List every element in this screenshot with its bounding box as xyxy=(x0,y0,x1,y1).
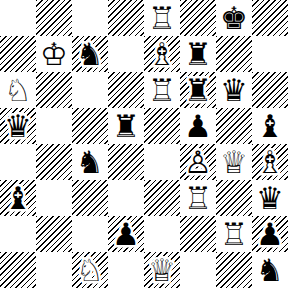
square-b5[interactable] xyxy=(36,108,72,144)
piece-black-knight[interactable]: ♞♞ xyxy=(72,144,108,180)
piece-glyph: ♝ xyxy=(252,108,288,144)
square-e4[interactable] xyxy=(144,144,180,180)
piece-glyph: ♗ xyxy=(252,144,288,180)
square-h4[interactable]: ♗♗ xyxy=(252,144,288,180)
piece-black-knight[interactable]: ♞♞ xyxy=(252,252,288,288)
square-g4[interactable]: ♕♕ xyxy=(216,144,252,180)
piece-glyph: ♙ xyxy=(180,144,216,180)
square-e1[interactable]: ♕♕ xyxy=(144,252,180,288)
piece-white-knight[interactable]: ♘♘ xyxy=(0,72,36,108)
square-e7[interactable]: ♗♗ xyxy=(144,36,180,72)
piece-glyph: ♖ xyxy=(144,72,180,108)
piece-glyph: ♞ xyxy=(252,252,288,288)
square-f8[interactable] xyxy=(180,0,216,36)
square-c5[interactable] xyxy=(72,108,108,144)
piece-white-bishop[interactable]: ♗♗ xyxy=(144,36,180,72)
piece-glyph: ♖ xyxy=(180,180,216,216)
square-d5[interactable]: ♜♜ xyxy=(108,108,144,144)
square-d6[interactable] xyxy=(108,72,144,108)
square-g3[interactable] xyxy=(216,180,252,216)
piece-black-queen[interactable]: ♛♛ xyxy=(216,72,252,108)
piece-glyph: ♜ xyxy=(180,36,216,72)
square-g2[interactable]: ♖♖ xyxy=(216,216,252,252)
piece-glyph: ♛ xyxy=(216,72,252,108)
square-d3[interactable] xyxy=(108,180,144,216)
square-c7[interactable]: ♞♞ xyxy=(72,36,108,72)
square-f3[interactable]: ♖♖ xyxy=(180,180,216,216)
square-c6[interactable] xyxy=(72,72,108,108)
piece-glyph: ♚ xyxy=(216,0,252,36)
piece-glyph: ♜ xyxy=(180,72,216,108)
piece-glyph: ♔ xyxy=(36,36,72,72)
square-f7[interactable]: ♜♜ xyxy=(180,36,216,72)
square-f2[interactable] xyxy=(180,216,216,252)
piece-glyph: ♕ xyxy=(216,144,252,180)
square-h8[interactable] xyxy=(252,0,288,36)
piece-white-queen[interactable]: ♕♕ xyxy=(216,144,252,180)
piece-black-queen[interactable]: ♛♛ xyxy=(252,180,288,216)
piece-glyph: ♖ xyxy=(144,0,180,36)
square-d4[interactable] xyxy=(108,144,144,180)
square-a1[interactable] xyxy=(0,252,36,288)
square-h7[interactable] xyxy=(252,36,288,72)
piece-white-rook[interactable]: ♖♖ xyxy=(216,216,252,252)
piece-glyph: ♜ xyxy=(108,108,144,144)
chess-board: ♖♖♚♚♔♔♞♞♗♗♜♜♘♘♖♖♜♜♛♛♛♛♜♜♟♟♝♝♞♞♙♙♕♕♗♗♝♝♖♖… xyxy=(0,0,288,288)
piece-black-rook[interactable]: ♜♜ xyxy=(108,108,144,144)
piece-white-king[interactable]: ♔♔ xyxy=(36,36,72,72)
square-f5[interactable]: ♟♟ xyxy=(180,108,216,144)
square-a4[interactable] xyxy=(0,144,36,180)
square-a3[interactable]: ♝♝ xyxy=(0,180,36,216)
square-e3[interactable] xyxy=(144,180,180,216)
piece-glyph: ♛ xyxy=(252,180,288,216)
square-d1[interactable] xyxy=(108,252,144,288)
piece-white-bishop[interactable]: ♗♗ xyxy=(252,144,288,180)
piece-glyph: ♘ xyxy=(72,252,108,288)
piece-black-bishop[interactable]: ♝♝ xyxy=(0,180,36,216)
square-h5[interactable]: ♝♝ xyxy=(252,108,288,144)
piece-glyph: ♘ xyxy=(0,72,36,108)
square-c8[interactable] xyxy=(72,0,108,36)
square-c3[interactable] xyxy=(72,180,108,216)
square-d8[interactable] xyxy=(108,0,144,36)
square-a2[interactable] xyxy=(0,216,36,252)
square-c1[interactable]: ♘♘ xyxy=(72,252,108,288)
square-b7[interactable]: ♔♔ xyxy=(36,36,72,72)
square-g1[interactable] xyxy=(216,252,252,288)
square-f1[interactable] xyxy=(180,252,216,288)
square-b1[interactable] xyxy=(36,252,72,288)
square-b8[interactable] xyxy=(36,0,72,36)
piece-white-rook[interactable]: ♖♖ xyxy=(144,72,180,108)
piece-glyph: ♟ xyxy=(180,108,216,144)
square-h2[interactable]: ♟♟ xyxy=(252,216,288,252)
piece-white-pawn[interactable]: ♙♙ xyxy=(180,144,216,180)
square-f4[interactable]: ♙♙ xyxy=(180,144,216,180)
square-h6[interactable] xyxy=(252,72,288,108)
piece-glyph: ♛ xyxy=(0,108,36,144)
square-g7[interactable] xyxy=(216,36,252,72)
square-e2[interactable] xyxy=(144,216,180,252)
square-f6[interactable]: ♜♜ xyxy=(180,72,216,108)
piece-glyph: ♞ xyxy=(72,36,108,72)
piece-glyph: ♕ xyxy=(144,252,180,288)
piece-black-bishop[interactable]: ♝♝ xyxy=(252,108,288,144)
piece-glyph: ♖ xyxy=(216,216,252,252)
square-h1[interactable]: ♞♞ xyxy=(252,252,288,288)
square-e6[interactable]: ♖♖ xyxy=(144,72,180,108)
square-a5[interactable]: ♛♛ xyxy=(0,108,36,144)
square-b4[interactable] xyxy=(36,144,72,180)
piece-black-pawn[interactable]: ♟♟ xyxy=(252,216,288,252)
piece-black-king[interactable]: ♚♚ xyxy=(216,0,252,36)
square-a6[interactable]: ♘♘ xyxy=(0,72,36,108)
piece-glyph: ♞ xyxy=(72,144,108,180)
square-e8[interactable]: ♖♖ xyxy=(144,0,180,36)
piece-black-knight[interactable]: ♞♞ xyxy=(72,36,108,72)
square-d2[interactable]: ♟♟ xyxy=(108,216,144,252)
piece-black-pawn[interactable]: ♟♟ xyxy=(180,108,216,144)
piece-white-rook[interactable]: ♖♖ xyxy=(144,0,180,36)
piece-black-pawn[interactable]: ♟♟ xyxy=(108,216,144,252)
square-e5[interactable] xyxy=(144,108,180,144)
square-b6[interactable] xyxy=(36,72,72,108)
square-a7[interactable] xyxy=(0,36,36,72)
piece-black-rook[interactable]: ♜♜ xyxy=(180,72,216,108)
piece-white-queen[interactable]: ♕♕ xyxy=(144,252,180,288)
piece-white-knight[interactable]: ♘♘ xyxy=(72,252,108,288)
piece-glyph: ♝ xyxy=(0,180,36,216)
square-g8[interactable]: ♚♚ xyxy=(216,0,252,36)
piece-glyph: ♟ xyxy=(108,216,144,252)
piece-black-queen[interactable]: ♛♛ xyxy=(0,108,36,144)
square-g6[interactable]: ♛♛ xyxy=(216,72,252,108)
square-h3[interactable]: ♛♛ xyxy=(252,180,288,216)
piece-black-rook[interactable]: ♜♜ xyxy=(180,36,216,72)
square-c2[interactable] xyxy=(72,216,108,252)
piece-white-rook[interactable]: ♖♖ xyxy=(180,180,216,216)
piece-glyph: ♗ xyxy=(144,36,180,72)
square-b3[interactable] xyxy=(36,180,72,216)
square-b2[interactable] xyxy=(36,216,72,252)
square-d7[interactable] xyxy=(108,36,144,72)
square-c4[interactable]: ♞♞ xyxy=(72,144,108,180)
square-a8[interactable] xyxy=(0,0,36,36)
square-g5[interactable] xyxy=(216,108,252,144)
piece-glyph: ♟ xyxy=(252,216,288,252)
